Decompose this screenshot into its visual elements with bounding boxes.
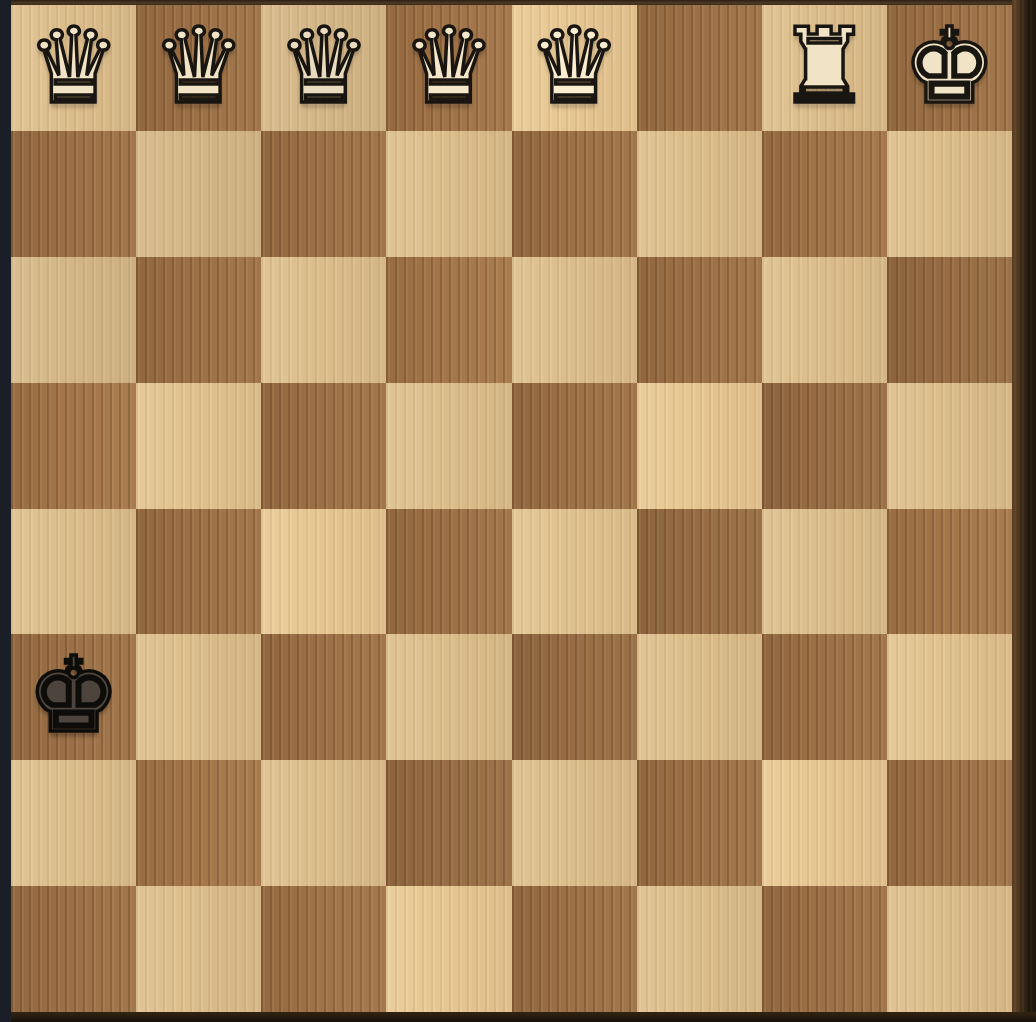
square-h7[interactable] <box>887 131 1012 257</box>
square-b5[interactable] <box>136 383 261 509</box>
square-d5[interactable] <box>386 383 511 509</box>
square-g5[interactable] <box>762 383 887 509</box>
board-frame-bottom <box>11 1012 1036 1022</box>
square-f4[interactable] <box>637 509 762 635</box>
white-queen-e8[interactable]: ♛ <box>512 5 637 131</box>
square-e3[interactable] <box>512 634 637 760</box>
square-b3[interactable] <box>136 634 261 760</box>
square-f6[interactable] <box>637 257 762 383</box>
square-c4[interactable] <box>261 509 386 635</box>
square-e8[interactable]: ♛ <box>512 5 637 131</box>
square-e7[interactable] <box>512 131 637 257</box>
square-h2[interactable] <box>887 760 1012 886</box>
square-f5[interactable] <box>637 383 762 509</box>
square-f7[interactable] <box>637 131 762 257</box>
square-e6[interactable] <box>512 257 637 383</box>
square-a1[interactable] <box>11 886 136 1012</box>
square-h6[interactable] <box>887 257 1012 383</box>
square-f8[interactable] <box>637 5 762 131</box>
square-c7[interactable] <box>261 131 386 257</box>
square-g3[interactable] <box>762 634 887 760</box>
square-c3[interactable] <box>261 634 386 760</box>
square-d3[interactable] <box>386 634 511 760</box>
square-g1[interactable] <box>762 886 887 1012</box>
square-h8[interactable]: ♚ <box>887 5 1012 131</box>
square-e5[interactable] <box>512 383 637 509</box>
square-g2[interactable] <box>762 760 887 886</box>
square-a7[interactable] <box>11 131 136 257</box>
square-e2[interactable] <box>512 760 637 886</box>
white-queen-b8[interactable]: ♛ <box>136 5 261 131</box>
white-queen-d8[interactable]: ♛ <box>386 5 511 131</box>
square-f1[interactable] <box>637 886 762 1012</box>
square-h5[interactable] <box>887 383 1012 509</box>
square-c2[interactable] <box>261 760 386 886</box>
square-e1[interactable] <box>512 886 637 1012</box>
square-d8[interactable]: ♛ <box>386 5 511 131</box>
square-b2[interactable] <box>136 760 261 886</box>
black-king-a3[interactable]: ♚ <box>11 634 136 760</box>
square-a5[interactable] <box>11 383 136 509</box>
square-c5[interactable] <box>261 383 386 509</box>
square-f2[interactable] <box>637 760 762 886</box>
square-d2[interactable] <box>386 760 511 886</box>
square-d6[interactable] <box>386 257 511 383</box>
white-king-h8[interactable]: ♚ <box>887 5 1012 131</box>
square-g6[interactable] <box>762 257 887 383</box>
white-rook-g8[interactable]: ♜ <box>762 5 887 131</box>
square-h3[interactable] <box>887 634 1012 760</box>
board-frame-right <box>1012 0 1036 1022</box>
square-c1[interactable] <box>261 886 386 1012</box>
square-c8[interactable]: ♛ <box>261 5 386 131</box>
square-h1[interactable] <box>887 886 1012 1012</box>
square-a3[interactable]: ♚ <box>11 634 136 760</box>
square-g4[interactable] <box>762 509 887 635</box>
square-f3[interactable] <box>637 634 762 760</box>
white-queen-c8[interactable]: ♛ <box>261 5 386 131</box>
square-d4[interactable] <box>386 509 511 635</box>
square-h4[interactable] <box>887 509 1012 635</box>
square-g8[interactable]: ♜ <box>762 5 887 131</box>
square-b6[interactable] <box>136 257 261 383</box>
chess-app-window: ♛♛♛♛♛♜♚♚ <box>0 0 1036 1022</box>
square-d7[interactable] <box>386 131 511 257</box>
square-e4[interactable] <box>512 509 637 635</box>
square-d1[interactable] <box>386 886 511 1012</box>
square-g7[interactable] <box>762 131 887 257</box>
square-b8[interactable]: ♛ <box>136 5 261 131</box>
square-a8[interactable]: ♛ <box>11 5 136 131</box>
square-b4[interactable] <box>136 509 261 635</box>
square-a4[interactable] <box>11 509 136 635</box>
square-b1[interactable] <box>136 886 261 1012</box>
square-c6[interactable] <box>261 257 386 383</box>
square-a2[interactable] <box>11 760 136 886</box>
square-a6[interactable] <box>11 257 136 383</box>
chess-board: ♛♛♛♛♛♜♚♚ <box>11 5 1012 1012</box>
white-queen-a8[interactable]: ♛ <box>11 5 136 131</box>
square-b7[interactable] <box>136 131 261 257</box>
